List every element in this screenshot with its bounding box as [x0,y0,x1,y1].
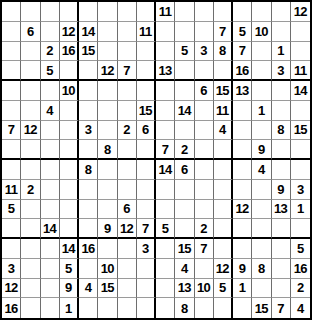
cell-r12c11-given[interactable]: 2 [195,219,214,239]
cell-r16c12-empty[interactable] [214,298,233,318]
cell-r8c16-empty[interactable] [291,140,310,160]
cell-r14c5-empty[interactable] [79,259,98,279]
cell-r5c6-empty[interactable] [98,81,117,101]
cell-r14c11-empty[interactable] [195,259,214,279]
cell-r1c12-empty[interactable] [214,2,233,22]
cell-r7c5-given[interactable]: 3 [79,121,98,141]
cell-r2c11-empty[interactable] [195,22,214,42]
cell-r8c12-empty[interactable] [214,140,233,160]
cell-r9c8-empty[interactable] [137,160,156,180]
cell-r10c13-empty[interactable] [233,180,252,200]
cell-r2c3-empty[interactable] [41,22,60,42]
cell-r3c6-empty[interactable] [98,42,117,62]
cell-r7c6-empty[interactable] [98,121,117,141]
cell-r12c2-empty[interactable] [21,219,40,239]
cell-r3c3-given[interactable]: 2 [41,42,60,62]
cell-r16c16-given[interactable]: 4 [291,298,310,318]
cell-r3c4-given[interactable]: 16 [60,42,79,62]
cell-r1c9-given[interactable]: 11 [156,2,175,22]
cell-r4c1-empty[interactable] [2,61,21,81]
cell-r6c11-empty[interactable] [195,101,214,121]
cell-r6c12-given[interactable]: 11 [214,101,233,121]
cell-r14c4-given[interactable]: 5 [60,259,79,279]
cell-r2c14-given[interactable]: 10 [252,22,271,42]
cell-r15c9-empty[interactable] [156,279,175,299]
cell-r15c10-given[interactable]: 13 [175,279,194,299]
cell-r10c12-empty[interactable] [214,180,233,200]
cell-r12c5-empty[interactable] [79,219,98,239]
cell-r7c14-empty[interactable] [252,121,271,141]
cell-r14c1-given[interactable]: 3 [2,259,21,279]
cell-r10c3-empty[interactable] [41,180,60,200]
cell-r15c12-given[interactable]: 5 [214,279,233,299]
cell-r16c5-empty[interactable] [79,298,98,318]
cell-r5c8-empty[interactable] [137,81,156,101]
cell-r11c4-empty[interactable] [60,200,79,220]
cell-r3c7-empty[interactable] [118,42,137,62]
cell-r13c12-empty[interactable] [214,239,233,259]
cell-r12c8-given[interactable]: 7 [137,219,156,239]
cell-r11c7-given[interactable]: 6 [118,200,137,220]
cell-r13c14-empty[interactable] [252,239,271,259]
cell-r12c15-empty[interactable] [272,219,291,239]
cell-r13c13-empty[interactable] [233,239,252,259]
cell-r3c15-given[interactable]: 1 [272,42,291,62]
cell-r10c9-empty[interactable] [156,180,175,200]
cell-r8c5-empty[interactable] [79,140,98,160]
cell-r2c9-empty[interactable] [156,22,175,42]
cell-r13c9-empty[interactable] [156,239,175,259]
cell-r12c1-empty[interactable] [2,219,21,239]
cell-r14c9-empty[interactable] [156,259,175,279]
cell-r4c7-given[interactable]: 7 [118,61,137,81]
cell-r11c15-given[interactable]: 13 [272,200,291,220]
cell-r8c13-empty[interactable] [233,140,252,160]
cell-r11c14-empty[interactable] [252,200,271,220]
cell-r10c1-given[interactable]: 11 [2,180,21,200]
cell-r8c2-empty[interactable] [21,140,40,160]
cell-r4c2-empty[interactable] [21,61,40,81]
cell-r1c10-empty[interactable] [175,2,194,22]
cell-r5c11-given[interactable]: 6 [195,81,214,101]
cell-r11c5-empty[interactable] [79,200,98,220]
cell-r13c2-empty[interactable] [21,239,40,259]
cell-r5c7-empty[interactable] [118,81,137,101]
cell-r14c12-given[interactable]: 12 [214,259,233,279]
cell-r3c13-given[interactable]: 7 [233,42,252,62]
cell-r1c16-given[interactable]: 12 [291,2,310,22]
cell-r12c6-given[interactable]: 9 [98,219,117,239]
cell-r13c7-empty[interactable] [118,239,137,259]
cell-r8c6-given[interactable]: 8 [98,140,117,160]
cell-r12c4-empty[interactable] [60,219,79,239]
cell-r6c9-empty[interactable] [156,101,175,121]
cell-r1c8-empty[interactable] [137,2,156,22]
cell-r15c2-empty[interactable] [21,279,40,299]
cell-r7c7-given[interactable]: 2 [118,121,137,141]
cell-r16c6-empty[interactable] [98,298,117,318]
cell-r5c3-empty[interactable] [41,81,60,101]
cell-r6c7-empty[interactable] [118,101,137,121]
cell-r15c5-given[interactable]: 4 [79,279,98,299]
cell-r1c15-empty[interactable] [272,2,291,22]
cell-r10c15-given[interactable]: 9 [272,180,291,200]
cell-r15c11-given[interactable]: 10 [195,279,214,299]
cell-r2c15-empty[interactable] [272,22,291,42]
cell-r12c16-empty[interactable] [291,219,310,239]
cell-r9c15-empty[interactable] [272,160,291,180]
cell-r16c15-given[interactable]: 7 [272,298,291,318]
cell-r8c10-given[interactable]: 2 [175,140,194,160]
cell-r1c14-empty[interactable] [252,2,271,22]
cell-r4c13-given[interactable]: 16 [233,61,252,81]
cell-r2c10-empty[interactable] [175,22,194,42]
cell-r13c15-empty[interactable] [272,239,291,259]
cell-r13c3-empty[interactable] [41,239,60,259]
cell-r15c7-empty[interactable] [118,279,137,299]
cell-r6c5-empty[interactable] [79,101,98,121]
cell-r9c16-empty[interactable] [291,160,310,180]
sudoku-board: 1112612141175102161553871512713163111061… [0,0,312,320]
cell-r10c8-empty[interactable] [137,180,156,200]
cell-r4c5-empty[interactable] [79,61,98,81]
cell-r1c4-empty[interactable] [60,2,79,22]
cell-r15c15-empty[interactable] [272,279,291,299]
cell-r9c6-empty[interactable] [98,160,117,180]
cell-r10c11-empty[interactable] [195,180,214,200]
cell-r3c12-given[interactable]: 8 [214,42,233,62]
cell-r2c2-given[interactable]: 6 [21,22,40,42]
cell-r4c11-empty[interactable] [195,61,214,81]
cell-r1c3-empty[interactable] [41,2,60,22]
cell-r5c13-given[interactable]: 13 [233,81,252,101]
cell-r12c9-given[interactable]: 5 [156,219,175,239]
cell-r3c10-given[interactable]: 5 [175,42,194,62]
cell-r3c2-empty[interactable] [21,42,40,62]
cell-r5c9-empty[interactable] [156,81,175,101]
cell-r2c16-empty[interactable] [291,22,310,42]
cell-r7c13-empty[interactable] [233,121,252,141]
cell-r15c16-given[interactable]: 2 [291,279,310,299]
cell-r15c13-given[interactable]: 1 [233,279,252,299]
cell-r7c9-empty[interactable] [156,121,175,141]
cell-r9c10-given[interactable]: 6 [175,160,194,180]
cell-r9c7-empty[interactable] [118,160,137,180]
cell-r1c13-empty[interactable] [233,2,252,22]
cell-r15c6-given[interactable]: 15 [98,279,117,299]
cell-r12c7-given[interactable]: 12 [118,219,137,239]
cell-r5c16-given[interactable]: 14 [291,81,310,101]
cell-r1c5-empty[interactable] [79,2,98,22]
cell-r11c8-empty[interactable] [137,200,156,220]
cell-r1c2-empty[interactable] [21,2,40,22]
cell-r8c4-empty[interactable] [60,140,79,160]
cell-r11c10-empty[interactable] [175,200,194,220]
cell-r7c4-empty[interactable] [60,121,79,141]
cell-r9c5-given[interactable]: 8 [79,160,98,180]
cell-r11c3-empty[interactable] [41,200,60,220]
cell-r15c1-given[interactable]: 12 [2,279,21,299]
cell-r11c6-empty[interactable] [98,200,117,220]
cell-r1c11-empty[interactable] [195,2,214,22]
cell-r3c14-empty[interactable] [252,42,271,62]
cell-r6c2-empty[interactable] [21,101,40,121]
cell-r12c14-empty[interactable] [252,219,271,239]
cell-r8c7-empty[interactable] [118,140,137,160]
cell-r9c14-given[interactable]: 4 [252,160,271,180]
cell-r9c3-empty[interactable] [41,160,60,180]
cell-r8c8-empty[interactable] [137,140,156,160]
cell-r16c8-empty[interactable] [137,298,156,318]
cell-r5c2-empty[interactable] [21,81,40,101]
cell-r10c10-empty[interactable] [175,180,194,200]
cell-r9c13-empty[interactable] [233,160,252,180]
cell-r4c10-empty[interactable] [175,61,194,81]
cell-r13c8-given[interactable]: 3 [137,239,156,259]
cell-r15c14-empty[interactable] [252,279,271,299]
cell-r2c1-empty[interactable] [2,22,21,42]
cell-r16c14-given[interactable]: 15 [252,298,271,318]
cell-r13c5-given[interactable]: 16 [79,239,98,259]
cell-r13c11-given[interactable]: 7 [195,239,214,259]
cell-r4c8-empty[interactable] [137,61,156,81]
cell-r16c10-given[interactable]: 8 [175,298,194,318]
cell-r8c9-given[interactable]: 7 [156,140,175,160]
cell-r14c2-empty[interactable] [21,259,40,279]
cell-r10c7-empty[interactable] [118,180,137,200]
cell-r11c9-empty[interactable] [156,200,175,220]
cell-r11c1-given[interactable]: 5 [2,200,21,220]
cell-r9c1-empty[interactable] [2,160,21,180]
cell-r9c4-empty[interactable] [60,160,79,180]
cell-r1c6-empty[interactable] [98,2,117,22]
cell-r7c8-given[interactable]: 6 [137,121,156,141]
cell-r10c6-empty[interactable] [98,180,117,200]
cell-r9c2-empty[interactable] [21,160,40,180]
cell-r6c1-empty[interactable] [2,101,21,121]
cell-r3c5-given[interactable]: 15 [79,42,98,62]
cell-r10c14-empty[interactable] [252,180,271,200]
cell-r12c12-empty[interactable] [214,219,233,239]
cell-r15c8-empty[interactable] [137,279,156,299]
cell-r14c6-given[interactable]: 10 [98,259,117,279]
cell-r14c13-given[interactable]: 9 [233,259,252,279]
cell-r5c1-empty[interactable] [2,81,21,101]
cell-r13c10-given[interactable]: 15 [175,239,194,259]
cell-r14c16-given[interactable]: 16 [291,259,310,279]
cell-r4c3-given[interactable]: 5 [41,61,60,81]
cell-r7c1-given[interactable]: 7 [2,121,21,141]
cell-r16c3-empty[interactable] [41,298,60,318]
cell-r3c16-empty[interactable] [291,42,310,62]
cell-r2c12-given[interactable]: 7 [214,22,233,42]
cell-r9c9-given[interactable]: 14 [156,160,175,180]
cell-r6c10-given[interactable]: 14 [175,101,194,121]
cell-r16c9-empty[interactable] [156,298,175,318]
cell-r16c2-empty[interactable] [21,298,40,318]
cell-r8c1-empty[interactable] [2,140,21,160]
cell-r3c8-empty[interactable] [137,42,156,62]
cell-r5c10-empty[interactable] [175,81,194,101]
cell-r7c10-empty[interactable] [175,121,194,141]
cell-r6c8-given[interactable]: 15 [137,101,156,121]
cell-r2c7-empty[interactable] [118,22,137,42]
cell-r7c15-given[interactable]: 8 [272,121,291,141]
cell-r13c16-given[interactable]: 5 [291,239,310,259]
cell-r4c12-empty[interactable] [214,61,233,81]
cell-r11c11-empty[interactable] [195,200,214,220]
cell-r14c8-empty[interactable] [137,259,156,279]
cell-r2c4-given[interactable]: 12 [60,22,79,42]
cell-r6c14-given[interactable]: 1 [252,101,271,121]
cell-r12c3-given[interactable]: 14 [41,219,60,239]
cell-r7c2-given[interactable]: 12 [21,121,40,141]
cell-r3c1-empty[interactable] [2,42,21,62]
cell-r16c4-given[interactable]: 1 [60,298,79,318]
cell-r16c13-empty[interactable] [233,298,252,318]
cell-r5c15-empty[interactable] [272,81,291,101]
cell-r15c4-given[interactable]: 9 [60,279,79,299]
cell-r11c12-empty[interactable] [214,200,233,220]
cell-r10c4-empty[interactable] [60,180,79,200]
cell-r6c4-empty[interactable] [60,101,79,121]
cell-r4c4-empty[interactable] [60,61,79,81]
cell-r16c1-given[interactable]: 16 [2,298,21,318]
cell-r9c11-empty[interactable] [195,160,214,180]
cell-r7c3-empty[interactable] [41,121,60,141]
cell-r12c13-empty[interactable] [233,219,252,239]
cell-r7c16-given[interactable]: 15 [291,121,310,141]
cell-r2c5-given[interactable]: 14 [79,22,98,42]
cell-r15c3-empty[interactable] [41,279,60,299]
cell-r5c4-given[interactable]: 10 [60,81,79,101]
cell-r8c11-empty[interactable] [195,140,214,160]
cell-r4c9-given[interactable]: 13 [156,61,175,81]
cell-r2c8-given[interactable]: 11 [137,22,156,42]
cell-r11c13-given[interactable]: 12 [233,200,252,220]
cell-r4c15-given[interactable]: 3 [272,61,291,81]
cell-r11c16-given[interactable]: 1 [291,200,310,220]
cell-r5c12-given[interactable]: 15 [214,81,233,101]
cell-r13c6-empty[interactable] [98,239,117,259]
cell-r5c14-empty[interactable] [252,81,271,101]
cell-r16c11-empty[interactable] [195,298,214,318]
cell-r6c6-empty[interactable] [98,101,117,121]
cell-r10c16-given[interactable]: 3 [291,180,310,200]
cell-r3c11-given[interactable]: 3 [195,42,214,62]
cell-r10c5-empty[interactable] [79,180,98,200]
cell-r6c15-empty[interactable] [272,101,291,121]
cell-r8c14-given[interactable]: 9 [252,140,271,160]
cell-r16c7-empty[interactable] [118,298,137,318]
cell-r12c10-empty[interactable] [175,219,194,239]
cell-r4c16-given[interactable]: 11 [291,61,310,81]
cell-r5c5-empty[interactable] [79,81,98,101]
cell-r10c2-given[interactable]: 2 [21,180,40,200]
cell-r11c2-empty[interactable] [21,200,40,220]
cell-r6c3-given[interactable]: 4 [41,101,60,121]
cell-r14c15-empty[interactable] [272,259,291,279]
cell-r2c6-empty[interactable] [98,22,117,42]
cell-r4c6-given[interactable]: 12 [98,61,117,81]
cell-r3c9-empty[interactable] [156,42,175,62]
cell-r14c7-empty[interactable] [118,259,137,279]
cell-r8c15-empty[interactable] [272,140,291,160]
cell-r9c12-empty[interactable] [214,160,233,180]
cell-r6c16-empty[interactable] [291,101,310,121]
cell-r13c1-empty[interactable] [2,239,21,259]
cell-r1c1-empty[interactable] [2,2,21,22]
cell-r14c3-empty[interactable] [41,259,60,279]
cell-r7c11-empty[interactable] [195,121,214,141]
cell-r8c3-empty[interactable] [41,140,60,160]
cell-r4c14-empty[interactable] [252,61,271,81]
cell-r1c7-empty[interactable] [118,2,137,22]
cell-r6c13-empty[interactable] [233,101,252,121]
cell-r14c14-given[interactable]: 8 [252,259,271,279]
cell-r7c12-given[interactable]: 4 [214,121,233,141]
cell-r13c4-given[interactable]: 14 [60,239,79,259]
cell-r14c10-given[interactable]: 4 [175,259,194,279]
cell-r2c13-given[interactable]: 5 [233,22,252,42]
